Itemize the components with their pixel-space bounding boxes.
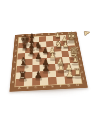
- coord-label: 1: [16, 39, 18, 41]
- coord-label: 5: [14, 61, 16, 64]
- coord-label: 6: [13, 68, 15, 71]
- coord-label: B: [26, 87, 28, 90]
- square: [32, 78, 40, 86]
- captured-pawn-lying-icon: ♟: [82, 29, 90, 37]
- coord-label: 6: [76, 47, 78, 49]
- coord-label: 5: [77, 52, 79, 55]
- square: [24, 78, 32, 86]
- coord-label: A: [18, 87, 21, 90]
- coord-label: 1: [82, 78, 85, 81]
- coord-label: 7: [75, 41, 77, 43]
- board-squares: [15, 35, 81, 87]
- coord-label: H: [76, 84, 79, 87]
- coord-label: 4: [78, 58, 81, 61]
- coord-label: 4: [14, 55, 16, 58]
- coord-label: E: [52, 85, 54, 88]
- coord-label: D: [43, 86, 46, 89]
- coord-label: C: [35, 86, 37, 89]
- coord-label: 3: [80, 64, 83, 67]
- chess-board: ABCDEFGH HGFEDCBA 12345678 87654321: [9, 32, 88, 92]
- coord-label: 7: [12, 74, 14, 77]
- coord-label: 2: [81, 71, 84, 74]
- coord-label: F: [60, 85, 62, 88]
- square: [72, 76, 81, 84]
- coord-label: 8: [74, 36, 76, 38]
- chess-set-photo: ABCDEFGH HGFEDCBA 12345678 87654321 ♟♟♚♟…: [0, 0, 95, 126]
- coord-label: 3: [15, 50, 17, 52]
- coord-label: 2: [15, 44, 17, 46]
- coord-label: G: [67, 85, 70, 88]
- coord-label: 8: [12, 81, 14, 84]
